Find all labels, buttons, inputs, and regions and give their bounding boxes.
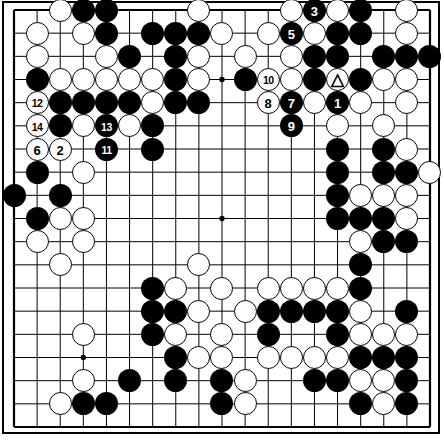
move-number: 9 [288, 120, 295, 133]
move-number: 13 [101, 121, 112, 132]
stone-white [349, 184, 372, 207]
move-number: 14 [32, 121, 43, 132]
stone-white [141, 68, 164, 91]
stone-black [49, 91, 72, 114]
stone-white [72, 114, 95, 137]
stone-white [26, 230, 49, 253]
stone-black [257, 323, 280, 346]
stone-black-move-7: 7 [280, 91, 303, 114]
move-number: 12 [32, 98, 43, 109]
move-number: 11 [101, 144, 111, 155]
stone-white [234, 45, 257, 68]
stone-white [72, 68, 95, 91]
stone-white [257, 346, 280, 369]
stone-white [349, 323, 372, 346]
stone-black [234, 68, 257, 91]
stone-black [95, 0, 118, 22]
stone-white [257, 22, 280, 45]
stone-black-move-9: 9 [280, 114, 303, 137]
stone-black [326, 161, 349, 184]
stone-white [372, 184, 395, 207]
stone-black [141, 323, 164, 346]
stone-white [72, 369, 95, 392]
move-number: 3 [311, 4, 318, 17]
stone-white [72, 230, 95, 253]
stone-white [280, 68, 303, 91]
stone-white [49, 207, 72, 230]
stone-white [303, 277, 326, 300]
stone-white-move-14: 14 [26, 114, 49, 137]
stone-white [49, 253, 72, 276]
stone-white [49, 0, 72, 22]
stone-black [49, 114, 72, 137]
stone-white [395, 138, 418, 161]
stone-white-move-6: 6 [26, 138, 49, 161]
stone-black [257, 300, 280, 323]
stone-black [326, 323, 349, 346]
stone-black [72, 392, 95, 415]
stone-black [349, 346, 372, 369]
stone-black [349, 207, 372, 230]
stone-white [210, 277, 233, 300]
stone-white [395, 0, 418, 22]
stone-white [95, 45, 118, 68]
stone-white-marked: △ [326, 68, 349, 91]
move-number: 2 [57, 143, 64, 156]
stone-black [303, 369, 326, 392]
stone-white [257, 277, 280, 300]
stone-white [210, 22, 233, 45]
stone-white [72, 22, 95, 45]
stone-white [280, 45, 303, 68]
stone-black [326, 45, 349, 68]
stone-white [395, 22, 418, 45]
stone-white [72, 161, 95, 184]
stone-black [303, 68, 326, 91]
stone-black [141, 300, 164, 323]
stone-white [418, 161, 441, 184]
move-number: 7 [288, 97, 295, 110]
hoshi-dot [219, 216, 224, 221]
stone-white [326, 0, 349, 22]
stone-black [164, 45, 187, 68]
stone-white [349, 300, 372, 323]
stone-black [372, 138, 395, 161]
move-number: 1 [334, 97, 341, 110]
stone-black [280, 300, 303, 323]
move-number: 10 [263, 75, 274, 86]
stone-white [49, 68, 72, 91]
move-number: 8 [265, 97, 272, 110]
stone-black [164, 300, 187, 323]
stone-black [164, 22, 187, 45]
stone-black [49, 184, 72, 207]
stone-white [372, 323, 395, 346]
move-number: 6 [33, 143, 40, 156]
stone-white [303, 22, 326, 45]
stone-white [234, 392, 257, 415]
stone-white [187, 0, 210, 22]
stone-white-move-8: 8 [257, 91, 280, 114]
triangle-mark: △ [331, 71, 344, 88]
stone-black [3, 184, 26, 207]
stone-black [395, 161, 418, 184]
go-diagram: 3510△12871141396211 [0, 0, 444, 443]
stone-white [280, 0, 303, 22]
stone-black-move-11: 11 [95, 138, 118, 161]
stone-white [118, 68, 141, 91]
stone-black [326, 22, 349, 45]
stone-white [164, 323, 187, 346]
stone-white [326, 346, 349, 369]
stone-black [303, 45, 326, 68]
move-number: 5 [288, 27, 295, 40]
stone-white [234, 369, 257, 392]
stone-white [280, 277, 303, 300]
stone-black [72, 91, 95, 114]
stone-black [95, 22, 118, 45]
stone-white [303, 91, 326, 114]
stone-white [234, 300, 257, 323]
stone-white [49, 392, 72, 415]
stone-black [141, 22, 164, 45]
stone-black-move-3: 3 [303, 0, 326, 22]
hoshi-dot [81, 355, 86, 360]
stone-black [372, 45, 395, 68]
stone-white [72, 207, 95, 230]
stone-black [26, 207, 49, 230]
stone-white [26, 45, 49, 68]
stone-black [326, 138, 349, 161]
stone-white [303, 346, 326, 369]
hoshi-dot [219, 77, 224, 82]
stone-black [141, 138, 164, 161]
go-board: 3510△12871141396211 [0, 0, 444, 443]
stone-white-move-2: 2 [49, 138, 72, 161]
stone-black [326, 184, 349, 207]
stone-black [26, 161, 49, 184]
stone-black [26, 68, 49, 91]
stone-white [26, 22, 49, 45]
stone-black [303, 300, 326, 323]
stone-white-move-10: 10 [257, 68, 280, 91]
stone-black-move-5: 5 [280, 22, 303, 45]
stone-white [95, 68, 118, 91]
stone-white [164, 277, 187, 300]
stone-white-move-12: 12 [26, 91, 49, 114]
stone-black [141, 277, 164, 300]
stone-black [187, 22, 210, 45]
stone-black [349, 22, 372, 45]
stone-black [72, 0, 95, 22]
stone-white [280, 346, 303, 369]
stone-black [349, 68, 372, 91]
stone-black [118, 45, 141, 68]
stone-black [326, 300, 349, 323]
stone-black [372, 161, 395, 184]
stone-white [72, 323, 95, 346]
stone-black [349, 277, 372, 300]
stone-black [395, 300, 418, 323]
stone-black [349, 0, 372, 22]
stone-black [326, 207, 349, 230]
stone-white [326, 277, 349, 300]
stone-black [95, 91, 118, 114]
stone-white [187, 300, 210, 323]
